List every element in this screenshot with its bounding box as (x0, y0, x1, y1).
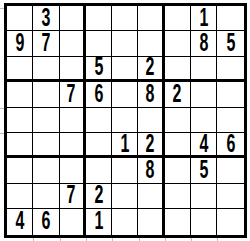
cell-r1c7[interactable] (165, 6, 191, 31)
cell-r2c9[interactable]: 5 (217, 31, 243, 56)
cell-r5c8[interactable] (191, 108, 217, 133)
cell-r5c4[interactable] (86, 108, 112, 133)
cell-r9c8[interactable] (191, 209, 217, 234)
cell-r8c8[interactable] (191, 184, 217, 209)
cell-r6c9[interactable]: 6 (217, 133, 243, 158)
cell-r2c7[interactable] (165, 31, 191, 56)
gridline-tick (0, 8, 4, 9)
cell-r3c8[interactable] (191, 57, 217, 82)
cell-r5c9[interactable] (217, 108, 243, 133)
cell-r4c1[interactable] (7, 82, 33, 107)
cell-r5c5[interactable] (112, 108, 138, 133)
cell-r3c1[interactable] (7, 57, 33, 82)
cell-r7c1[interactable] (7, 158, 33, 183)
cell-r2c2[interactable]: 7 (33, 31, 59, 56)
given-digit: 6 (226, 133, 235, 158)
cell-r4c5[interactable] (112, 82, 138, 107)
cell-r9c4[interactable]: 1 (86, 209, 112, 234)
cell-r8c6[interactable] (138, 184, 164, 209)
cell-r6c7[interactable] (165, 133, 191, 158)
given-digit: 8 (199, 31, 208, 56)
cell-r3c7[interactable] (165, 57, 191, 82)
given-digit: 3 (41, 6, 50, 31)
cell-r1c3[interactable] (60, 6, 86, 31)
cell-r9c9[interactable] (217, 209, 243, 234)
cell-r5c6[interactable] (138, 108, 164, 133)
cell-r4c2[interactable] (33, 82, 59, 107)
given-digit: 2 (94, 184, 103, 209)
given-digit: 8 (146, 82, 155, 107)
sudoku-grid: 31978552768212468572461 (7, 6, 244, 235)
cell-r2c6[interactable] (138, 31, 164, 56)
cell-r9c1[interactable]: 4 (7, 209, 33, 234)
cell-r9c2[interactable]: 6 (33, 209, 59, 234)
cell-r3c6[interactable]: 2 (138, 57, 164, 82)
cell-r4c9[interactable] (217, 82, 243, 107)
given-digit: 7 (67, 82, 76, 107)
given-digit: 6 (94, 82, 103, 107)
given-digit: 1 (94, 209, 103, 234)
cell-r1c4[interactable] (86, 6, 112, 31)
cell-r9c5[interactable] (112, 209, 138, 234)
cell-r9c3[interactable] (60, 209, 86, 234)
cell-r9c7[interactable] (165, 209, 191, 234)
cell-r5c2[interactable] (33, 108, 59, 133)
cell-r3c5[interactable] (112, 57, 138, 82)
given-digit: 1 (199, 6, 208, 31)
given-digit: 9 (15, 31, 24, 56)
cell-r6c1[interactable] (7, 133, 33, 158)
sudoku-screenshot: 31978552768212468572461 (0, 0, 250, 241)
cell-r7c9[interactable] (217, 158, 243, 183)
cell-r4c8[interactable] (191, 82, 217, 107)
cell-r4c4[interactable]: 6 (86, 82, 112, 107)
cell-r4c3[interactable]: 7 (60, 82, 86, 107)
cell-r8c9[interactable] (217, 184, 243, 209)
cell-r2c8[interactable]: 8 (191, 31, 217, 56)
given-digit: 5 (94, 57, 103, 82)
cell-r8c3[interactable]: 7 (60, 184, 86, 209)
cell-r1c2[interactable]: 3 (33, 6, 59, 31)
cell-r7c4[interactable] (86, 158, 112, 183)
given-digit: 4 (199, 133, 208, 158)
cell-r8c7[interactable] (165, 184, 191, 209)
cell-r2c1[interactable]: 9 (7, 31, 33, 56)
cell-r8c2[interactable] (33, 184, 59, 209)
cell-r1c5[interactable] (112, 6, 138, 31)
given-digit: 2 (146, 133, 155, 158)
cell-r6c2[interactable] (33, 133, 59, 158)
given-digit: 6 (41, 209, 50, 234)
cell-r7c3[interactable] (60, 158, 86, 183)
cell-r6c3[interactable] (60, 133, 86, 158)
given-digit: 2 (146, 57, 155, 82)
given-digit: 2 (173, 82, 182, 107)
given-digit: 8 (146, 158, 155, 183)
cell-r5c1[interactable] (7, 108, 33, 133)
cell-r7c8[interactable]: 5 (191, 158, 217, 183)
gridline-tick (0, 108, 4, 109)
cell-r4c6[interactable]: 8 (138, 82, 164, 107)
cell-r3c4[interactable]: 5 (86, 57, 112, 82)
cell-r3c2[interactable] (33, 57, 59, 82)
cell-r5c3[interactable] (60, 108, 86, 133)
cell-r8c5[interactable] (112, 184, 138, 209)
cell-r8c4[interactable]: 2 (86, 184, 112, 209)
gridline-tick (0, 133, 4, 134)
cell-r1c1[interactable] (7, 6, 33, 31)
cell-r1c6[interactable] (138, 6, 164, 31)
cell-r1c8[interactable]: 1 (191, 6, 217, 31)
cell-r2c4[interactable] (86, 31, 112, 56)
cell-r7c7[interactable] (165, 158, 191, 183)
given-digit: 5 (226, 31, 235, 56)
given-digit: 5 (199, 158, 208, 183)
cell-r8c1[interactable] (7, 184, 33, 209)
cell-r3c9[interactable] (217, 57, 243, 82)
cell-r6c4[interactable] (86, 133, 112, 158)
cell-r2c3[interactable] (60, 31, 86, 56)
sudoku-board: 31978552768212468572461 (4, 3, 247, 238)
cell-r6c6[interactable]: 2 (138, 133, 164, 158)
given-digit: 1 (120, 133, 129, 158)
cell-r6c8[interactable]: 4 (191, 133, 217, 158)
cell-r1c9[interactable] (217, 6, 243, 31)
given-digit: 7 (41, 31, 50, 56)
cell-r7c2[interactable] (33, 158, 59, 183)
cell-r9c6[interactable] (138, 209, 164, 234)
given-digit: 4 (15, 209, 24, 234)
cell-r2c5[interactable] (112, 31, 138, 56)
cell-r7c6[interactable]: 8 (138, 158, 164, 183)
cell-r6c5[interactable]: 1 (112, 133, 138, 158)
cell-r7c5[interactable] (112, 158, 138, 183)
given-digit: 7 (67, 184, 76, 209)
cell-r3c3[interactable] (60, 57, 86, 82)
cell-r4c7[interactable]: 2 (165, 82, 191, 107)
cell-r5c7[interactable] (165, 108, 191, 133)
